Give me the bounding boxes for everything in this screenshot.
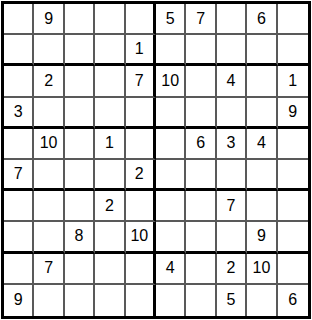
cell-r10c3[interactable] (65, 285, 95, 316)
cell-r4c8[interactable] (217, 98, 247, 129)
cell-r9c6[interactable]: 4 (156, 254, 186, 285)
cell-r3c7[interactable] (186, 66, 216, 97)
cell-r9c9[interactable]: 10 (247, 254, 277, 285)
cell-r7c8[interactable]: 7 (217, 191, 247, 222)
cell-r6c10[interactable] (278, 160, 308, 191)
cell-r10c5[interactable] (126, 285, 156, 316)
cell-r9c3[interactable] (65, 254, 95, 285)
cell-r5c6[interactable] (156, 129, 186, 160)
cell-r2c6[interactable] (156, 35, 186, 66)
sudoku-frame: 95761271041391016347227810974210956 (0, 0, 312, 320)
cell-r6c8[interactable] (217, 160, 247, 191)
cell-r3c8[interactable]: 4 (217, 66, 247, 97)
cell-r6c6[interactable] (156, 160, 186, 191)
cell-r3c6[interactable]: 10 (156, 66, 186, 97)
cell-r5c10[interactable] (278, 129, 308, 160)
cell-r9c2[interactable]: 7 (34, 254, 64, 285)
cell-r10c2[interactable] (34, 285, 64, 316)
cell-r10c4[interactable] (95, 285, 125, 316)
cell-r3c10[interactable]: 1 (278, 66, 308, 97)
cell-r2c2[interactable] (34, 35, 64, 66)
cell-r6c3[interactable] (65, 160, 95, 191)
cell-r8c2[interactable] (34, 222, 64, 253)
cell-r10c10[interactable]: 6 (278, 285, 308, 316)
cell-r1c5[interactable] (126, 4, 156, 35)
cell-r7c9[interactable] (247, 191, 277, 222)
cell-r6c4[interactable] (95, 160, 125, 191)
cell-r3c1[interactable] (4, 66, 34, 97)
cell-r4c6[interactable] (156, 98, 186, 129)
cell-r7c2[interactable] (34, 191, 64, 222)
cell-r4c10[interactable]: 9 (278, 98, 308, 129)
cell-r3c5[interactable]: 7 (126, 66, 156, 97)
cell-r3c4[interactable] (95, 66, 125, 97)
cell-r1c8[interactable] (217, 4, 247, 35)
cell-r5c5[interactable] (126, 129, 156, 160)
cell-r10c7[interactable] (186, 285, 216, 316)
cell-r6c5[interactable]: 2 (126, 160, 156, 191)
cell-r6c9[interactable] (247, 160, 277, 191)
cell-r9c10[interactable] (278, 254, 308, 285)
cell-r7c4[interactable]: 2 (95, 191, 125, 222)
cell-r7c5[interactable] (126, 191, 156, 222)
cell-r9c8[interactable]: 2 (217, 254, 247, 285)
cell-r5c8[interactable]: 3 (217, 129, 247, 160)
cell-r10c8[interactable]: 5 (217, 285, 247, 316)
cell-r8c9[interactable]: 9 (247, 222, 277, 253)
cell-r7c6[interactable] (156, 191, 186, 222)
cell-r5c3[interactable] (65, 129, 95, 160)
cell-r4c9[interactable] (247, 98, 277, 129)
cell-r7c10[interactable] (278, 191, 308, 222)
cell-r10c1[interactable]: 9 (4, 285, 34, 316)
cell-r1c10[interactable] (278, 4, 308, 35)
cell-r8c10[interactable] (278, 222, 308, 253)
cell-r9c4[interactable] (95, 254, 125, 285)
cell-r4c7[interactable] (186, 98, 216, 129)
cell-r6c7[interactable] (186, 160, 216, 191)
cell-r4c2[interactable] (34, 98, 64, 129)
cell-r4c3[interactable] (65, 98, 95, 129)
cell-r10c6[interactable] (156, 285, 186, 316)
cell-r1c2[interactable]: 9 (34, 4, 64, 35)
cell-r10c9[interactable] (247, 285, 277, 316)
cell-r9c5[interactable] (126, 254, 156, 285)
cell-r2c7[interactable] (186, 35, 216, 66)
cell-r1c3[interactable] (65, 4, 95, 35)
cell-r5c4[interactable]: 1 (95, 129, 125, 160)
cell-r6c2[interactable] (34, 160, 64, 191)
cell-r5c7[interactable]: 6 (186, 129, 216, 160)
cell-r4c5[interactable] (126, 98, 156, 129)
cell-r1c6[interactable]: 5 (156, 4, 186, 35)
cell-r1c1[interactable] (4, 4, 34, 35)
cell-r8c4[interactable] (95, 222, 125, 253)
cell-r6c1[interactable]: 7 (4, 160, 34, 191)
cell-r4c4[interactable] (95, 98, 125, 129)
cell-r1c7[interactable]: 7 (186, 4, 216, 35)
cell-r7c3[interactable] (65, 191, 95, 222)
cell-r2c5[interactable]: 1 (126, 35, 156, 66)
cell-r8c6[interactable] (156, 222, 186, 253)
cell-r2c8[interactable] (217, 35, 247, 66)
cell-r4c1[interactable]: 3 (4, 98, 34, 129)
cell-r3c3[interactable] (65, 66, 95, 97)
cell-r8c7[interactable] (186, 222, 216, 253)
cell-r7c1[interactable] (4, 191, 34, 222)
cell-r2c9[interactable] (247, 35, 277, 66)
cell-r8c5[interactable]: 10 (126, 222, 156, 253)
cell-r5c2[interactable]: 10 (34, 129, 64, 160)
cell-r1c4[interactable] (95, 4, 125, 35)
cell-r2c4[interactable] (95, 35, 125, 66)
cell-r8c1[interactable] (4, 222, 34, 253)
cell-r5c9[interactable]: 4 (247, 129, 277, 160)
cell-r1c9[interactable]: 6 (247, 4, 277, 35)
cell-r2c1[interactable] (4, 35, 34, 66)
cell-r7c7[interactable] (186, 191, 216, 222)
cell-r2c3[interactable] (65, 35, 95, 66)
cell-r3c9[interactable] (247, 66, 277, 97)
cell-r9c1[interactable] (4, 254, 34, 285)
cell-r5c1[interactable] (4, 129, 34, 160)
cell-r8c3[interactable]: 8 (65, 222, 95, 253)
sudoku-board: 95761271041391016347227810974210956 (1, 1, 311, 319)
cell-r2c10[interactable] (278, 35, 308, 66)
cell-r3c2[interactable]: 2 (34, 66, 64, 97)
cell-r8c8[interactable] (217, 222, 247, 253)
cell-r9c7[interactable] (186, 254, 216, 285)
